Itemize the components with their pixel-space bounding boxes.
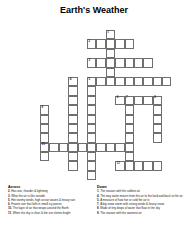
grid-cell[interactable] bbox=[59, 143, 68, 152]
grid-cell[interactable] bbox=[153, 115, 162, 124]
grid-block bbox=[106, 171, 115, 180]
grid-cell[interactable] bbox=[143, 161, 152, 170]
grid-block bbox=[143, 30, 152, 39]
grid-block bbox=[49, 49, 58, 58]
clue-item: 11. When the sky is clear & the sun shin… bbox=[8, 212, 94, 215]
grid-block bbox=[40, 68, 49, 77]
grid-block bbox=[78, 77, 87, 86]
grid-cell[interactable] bbox=[153, 105, 162, 114]
grid-cell[interactable] bbox=[106, 58, 115, 67]
grid-block bbox=[96, 133, 105, 142]
grid-block bbox=[134, 49, 143, 58]
grid-cell[interactable] bbox=[143, 77, 152, 86]
grid-block bbox=[49, 77, 58, 86]
grid-block bbox=[40, 39, 49, 48]
grid-cell[interactable] bbox=[68, 152, 77, 161]
grid-cell[interactable] bbox=[87, 171, 96, 180]
grid-cell[interactable] bbox=[106, 49, 115, 58]
grid-block bbox=[59, 171, 68, 180]
grid-block bbox=[115, 105, 124, 114]
grid-block bbox=[78, 58, 87, 67]
grid-block bbox=[59, 86, 68, 95]
grid-block bbox=[115, 171, 124, 180]
grid-cell[interactable]: 10 bbox=[40, 143, 49, 152]
grid-block bbox=[96, 96, 105, 105]
grid-block bbox=[106, 86, 115, 95]
grid-block bbox=[143, 115, 152, 124]
grid-cell[interactable] bbox=[125, 133, 134, 142]
grid-block bbox=[96, 124, 105, 133]
grid-block bbox=[162, 86, 171, 95]
grid-block bbox=[143, 49, 152, 58]
grid-cell[interactable] bbox=[87, 105, 96, 114]
grid-block bbox=[59, 105, 68, 114]
grid-block bbox=[162, 105, 171, 114]
cell-number: 4 bbox=[70, 78, 72, 81]
grid-cell[interactable] bbox=[153, 124, 162, 133]
grid-cell[interactable] bbox=[125, 58, 134, 67]
grid-block bbox=[153, 86, 162, 95]
grid-block bbox=[162, 68, 171, 77]
grid-block bbox=[143, 143, 152, 152]
grid-block bbox=[134, 105, 143, 114]
grid-block bbox=[49, 115, 58, 124]
grid-cell[interactable]: 11 bbox=[115, 161, 124, 170]
cell-number: 2 bbox=[89, 40, 91, 43]
grid-block bbox=[78, 105, 87, 114]
grid-cell[interactable] bbox=[87, 133, 96, 142]
grid-cell[interactable] bbox=[143, 96, 152, 105]
grid-block bbox=[153, 171, 162, 180]
grid-block bbox=[125, 68, 134, 77]
grid-block bbox=[134, 68, 143, 77]
grid-block bbox=[153, 143, 162, 152]
grid-block bbox=[68, 49, 77, 58]
grid-block bbox=[153, 152, 162, 161]
grid-block bbox=[106, 133, 115, 142]
grid-block bbox=[59, 115, 68, 124]
grid-block bbox=[59, 133, 68, 142]
grid-block bbox=[162, 133, 171, 142]
grid-cell[interactable] bbox=[134, 96, 143, 105]
grid-block bbox=[59, 124, 68, 133]
grid-block bbox=[78, 68, 87, 77]
grid-block bbox=[49, 124, 58, 133]
grid-block bbox=[49, 105, 58, 114]
grid-block bbox=[143, 86, 152, 95]
grid-block bbox=[134, 39, 143, 48]
grid-block bbox=[59, 161, 68, 170]
clue-number: 11. bbox=[8, 211, 13, 215]
grid-block bbox=[87, 30, 96, 39]
grid-block bbox=[96, 49, 105, 58]
grid-block bbox=[106, 124, 115, 133]
grid-block bbox=[49, 161, 58, 170]
grid-cell[interactable]: 9 bbox=[40, 105, 49, 114]
grid-block bbox=[96, 152, 105, 161]
page-title: Earth's Weather bbox=[0, 5, 188, 15]
grid-block bbox=[49, 133, 58, 142]
grid-cell[interactable]: 8 bbox=[153, 96, 162, 105]
grid-cell[interactable] bbox=[125, 124, 134, 133]
grid-block bbox=[40, 86, 49, 95]
grid-block bbox=[59, 68, 68, 77]
grid-cell[interactable]: 2 bbox=[87, 39, 96, 48]
grid-block bbox=[49, 86, 58, 95]
cell-number: 6 bbox=[117, 96, 119, 99]
grid-cell[interactable] bbox=[87, 86, 96, 95]
grid-cell[interactable] bbox=[125, 143, 134, 152]
grid-cell[interactable] bbox=[125, 152, 134, 161]
grid-block bbox=[134, 30, 143, 39]
grid-block bbox=[40, 96, 49, 105]
grid-block bbox=[162, 39, 171, 48]
grid-block bbox=[78, 161, 87, 170]
grid-cell[interactable] bbox=[87, 96, 96, 105]
grid-block bbox=[49, 39, 58, 48]
grid-cell[interactable] bbox=[134, 58, 143, 67]
grid-cell[interactable]: 6 bbox=[115, 96, 124, 105]
grid-block bbox=[115, 124, 124, 133]
grid-cell[interactable] bbox=[68, 86, 77, 95]
grid-block bbox=[87, 68, 96, 77]
grid-cell[interactable] bbox=[106, 77, 115, 86]
grid-block bbox=[78, 171, 87, 180]
grid-block bbox=[134, 124, 143, 133]
crossword-grid: 1234567891011 bbox=[40, 30, 171, 180]
grid-cell[interactable] bbox=[96, 77, 105, 86]
grid-block bbox=[143, 133, 152, 142]
grid-block bbox=[153, 68, 162, 77]
grid-block bbox=[59, 152, 68, 161]
grid-block bbox=[40, 171, 49, 180]
grid-block bbox=[87, 49, 96, 58]
grid-block bbox=[115, 133, 124, 142]
grid-block bbox=[78, 96, 87, 105]
grid-cell[interactable] bbox=[106, 68, 115, 77]
grid-block bbox=[134, 86, 143, 95]
grid-cell[interactable] bbox=[49, 143, 58, 152]
grid-cell[interactable] bbox=[68, 133, 77, 142]
grid-block bbox=[40, 30, 49, 39]
grid-block bbox=[96, 161, 105, 170]
grid-cell[interactable] bbox=[106, 39, 115, 48]
grid-cell[interactable] bbox=[40, 152, 49, 161]
grid-cell[interactable]: 7 bbox=[125, 96, 134, 105]
grid-cell[interactable] bbox=[162, 77, 171, 86]
grid-block bbox=[143, 68, 152, 77]
grid-block bbox=[96, 30, 105, 39]
grid-block bbox=[153, 49, 162, 58]
cell-number: 11 bbox=[117, 162, 120, 165]
grid-cell[interactable]: 3 bbox=[87, 58, 96, 67]
grid-block bbox=[49, 58, 58, 67]
grid-block bbox=[59, 39, 68, 48]
cell-number: 8 bbox=[154, 96, 156, 99]
clue-item: 9. The season with the warmest air bbox=[97, 212, 183, 215]
grid-block bbox=[78, 86, 87, 95]
grid-block bbox=[143, 105, 152, 114]
grid-block bbox=[115, 30, 124, 39]
grid-block bbox=[106, 152, 115, 161]
cell-number: 7 bbox=[126, 96, 128, 99]
grid-cell[interactable] bbox=[125, 161, 134, 170]
grid-block bbox=[162, 171, 171, 180]
grid-block bbox=[162, 96, 171, 105]
grid-cell[interactable] bbox=[125, 39, 134, 48]
grid-block bbox=[49, 96, 58, 105]
grid-block bbox=[49, 68, 58, 77]
grid-block bbox=[115, 68, 124, 77]
grid-block bbox=[59, 30, 68, 39]
grid-cell[interactable] bbox=[125, 105, 134, 114]
grid-block bbox=[96, 86, 105, 95]
grid-cell[interactable]: 5 bbox=[87, 77, 96, 86]
grid-block bbox=[106, 105, 115, 114]
grid-cell[interactable] bbox=[153, 161, 162, 170]
grid-cell[interactable] bbox=[106, 143, 115, 152]
grid-block bbox=[115, 86, 124, 95]
grid-cell[interactable] bbox=[87, 115, 96, 124]
grid-cell[interactable] bbox=[125, 77, 134, 86]
grid-block bbox=[68, 58, 77, 67]
grid-cell[interactable] bbox=[87, 152, 96, 161]
grid-block bbox=[49, 152, 58, 161]
grid-cell[interactable]: 4 bbox=[68, 77, 77, 86]
cell-number: 10 bbox=[42, 143, 45, 146]
grid-block bbox=[49, 171, 58, 180]
grid-block bbox=[106, 161, 115, 170]
grid-block bbox=[162, 30, 171, 39]
grid-block bbox=[40, 161, 49, 170]
cell-number: 1 bbox=[107, 31, 109, 34]
grid-block bbox=[115, 49, 124, 58]
grid-cell[interactable] bbox=[153, 133, 162, 142]
grid-block bbox=[68, 30, 77, 39]
grid-block bbox=[59, 49, 68, 58]
grid-cell[interactable] bbox=[68, 143, 77, 152]
grid-cell[interactable] bbox=[40, 133, 49, 142]
across-clue-list: 2. Has rain, thunder & lightning3. What … bbox=[8, 190, 94, 215]
grid-cell[interactable] bbox=[68, 124, 77, 133]
grid-cell[interactable] bbox=[40, 115, 49, 124]
grid-cell[interactable] bbox=[134, 161, 143, 170]
grid-block bbox=[162, 161, 171, 170]
grid-block bbox=[143, 124, 152, 133]
grid-cell[interactable] bbox=[96, 58, 105, 67]
grid-cell[interactable] bbox=[115, 77, 124, 86]
grid-block bbox=[78, 30, 87, 39]
grid-block bbox=[96, 68, 105, 77]
grid-block bbox=[78, 124, 87, 133]
grid-block bbox=[78, 133, 87, 142]
grid-cell[interactable] bbox=[143, 58, 152, 67]
cell-number: 9 bbox=[42, 106, 44, 109]
clue-number: 9. bbox=[97, 211, 100, 215]
grid-block bbox=[59, 58, 68, 67]
grid-cell[interactable] bbox=[68, 105, 77, 114]
grid-block bbox=[125, 86, 134, 95]
grid-block bbox=[143, 171, 152, 180]
grid-block bbox=[68, 68, 77, 77]
grid-cell[interactable] bbox=[68, 115, 77, 124]
grid-block bbox=[134, 143, 143, 152]
grid-block bbox=[115, 152, 124, 161]
grid-block bbox=[106, 115, 115, 124]
grid-block bbox=[134, 115, 143, 124]
cell-number: 3 bbox=[89, 59, 91, 62]
grid-block bbox=[49, 30, 58, 39]
grid-block bbox=[59, 96, 68, 105]
grid-block bbox=[96, 115, 105, 124]
grid-cell[interactable] bbox=[40, 124, 49, 133]
grid-cell[interactable] bbox=[115, 58, 124, 67]
grid-block bbox=[162, 124, 171, 133]
down-clues: Down 1. The season with the coldest air4… bbox=[97, 185, 183, 216]
cell-number: 5 bbox=[89, 78, 91, 81]
grid-cell[interactable] bbox=[115, 143, 124, 152]
grid-block bbox=[68, 39, 77, 48]
grid-block bbox=[162, 49, 171, 58]
grid-block bbox=[162, 152, 171, 161]
grid-cell[interactable] bbox=[68, 96, 77, 105]
down-clue-list: 1. The season with the coldest air4. The… bbox=[97, 190, 183, 215]
grid-block bbox=[96, 171, 105, 180]
grid-block bbox=[125, 49, 134, 58]
grid-block bbox=[40, 49, 49, 58]
grid-block bbox=[143, 152, 152, 161]
grid-block bbox=[78, 115, 87, 124]
grid-block bbox=[78, 152, 87, 161]
grid-cell[interactable] bbox=[153, 77, 162, 86]
grid-cell[interactable] bbox=[68, 161, 77, 170]
grid-cell[interactable] bbox=[87, 143, 96, 152]
grid-block bbox=[96, 105, 105, 114]
grid-block bbox=[68, 171, 77, 180]
grid-cell[interactable] bbox=[115, 39, 124, 48]
grid-block bbox=[125, 30, 134, 39]
grid-block bbox=[162, 115, 171, 124]
grid-block bbox=[143, 39, 152, 48]
grid-cell[interactable] bbox=[96, 39, 105, 48]
grid-block bbox=[162, 58, 171, 67]
grid-block bbox=[40, 77, 49, 86]
grid-cell[interactable] bbox=[96, 143, 105, 152]
across-clues: Across 2. Has rain, thunder & lightning3… bbox=[8, 185, 94, 216]
grid-block bbox=[153, 30, 162, 39]
grid-cell[interactable] bbox=[134, 77, 143, 86]
grid-block bbox=[59, 77, 68, 86]
grid-block bbox=[162, 143, 171, 152]
grid-cell[interactable] bbox=[87, 124, 96, 133]
grid-block bbox=[78, 49, 87, 58]
grid-block bbox=[153, 39, 162, 48]
grid-block bbox=[115, 115, 124, 124]
grid-cell[interactable] bbox=[125, 115, 134, 124]
grid-cell[interactable] bbox=[87, 161, 96, 170]
grid-block bbox=[106, 96, 115, 105]
grid-cell[interactable]: 1 bbox=[106, 30, 115, 39]
grid-block bbox=[134, 171, 143, 180]
grid-cell[interactable] bbox=[78, 143, 87, 152]
grid-block bbox=[40, 58, 49, 67]
grid-block bbox=[134, 133, 143, 142]
grid-block bbox=[78, 39, 87, 48]
grid-block bbox=[134, 152, 143, 161]
grid-block bbox=[125, 171, 134, 180]
grid-block bbox=[153, 58, 162, 67]
